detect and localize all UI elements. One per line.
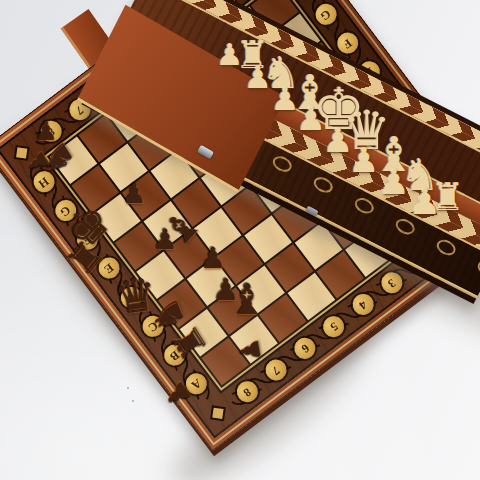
coordinate-medallion: 5 [319,311,348,340]
black-pawn[interactable]: ♟ [34,118,57,144]
diamond-inlay-icon [212,408,223,419]
coordinate-medallion: 8 [232,377,261,406]
oval-inlay-icon [434,237,458,259]
coordinate-label: F [340,35,355,51]
coordinate-label: 8 [240,384,254,400]
coordinate-label: 5 [327,318,341,334]
coordinate-label: 6 [298,340,312,356]
white-pawn[interactable]: ♟ [271,83,300,115]
coordinate-label: 7 [269,362,283,378]
black-bishop[interactable]: ♝ [228,279,266,321]
coordinate-label: 4 [356,296,370,312]
white-pawn[interactable]: ♟ [378,165,409,200]
oval-inlay-icon [270,153,294,175]
coordinate-label: 3 [385,275,399,291]
coordinate-label: G [317,6,333,24]
white-pawn[interactable]: ♟ [409,184,441,220]
dust-speck [127,387,129,389]
dust-speck [132,400,134,402]
black-pawn[interactable]: ♟ [152,226,177,254]
oval-inlay-icon [352,195,376,217]
white-pawn[interactable]: ♟ [349,143,379,177]
oval-inlay-icon [311,174,335,196]
oval-inlay-icon [475,258,480,280]
black-pawn[interactable]: ♟ [122,180,146,207]
chess-set-photo: 87654321 87654321 HGFEDCBA HGFEDCBA ♟♟♟♟… [0,0,480,480]
coordinate-medallion: 4 [348,290,377,319]
black-queen[interactable]: ♛ [112,270,159,321]
coordinate-medallion: 6 [290,333,319,362]
coordinate-medallion: 7 [261,355,290,384]
black-pawn[interactable]: ♟ [200,244,226,273]
coordinate-medallion: 3 [377,268,406,297]
coordinate-medallion: G [311,0,340,29]
black-pawn[interactable]: ♟ [235,336,265,363]
